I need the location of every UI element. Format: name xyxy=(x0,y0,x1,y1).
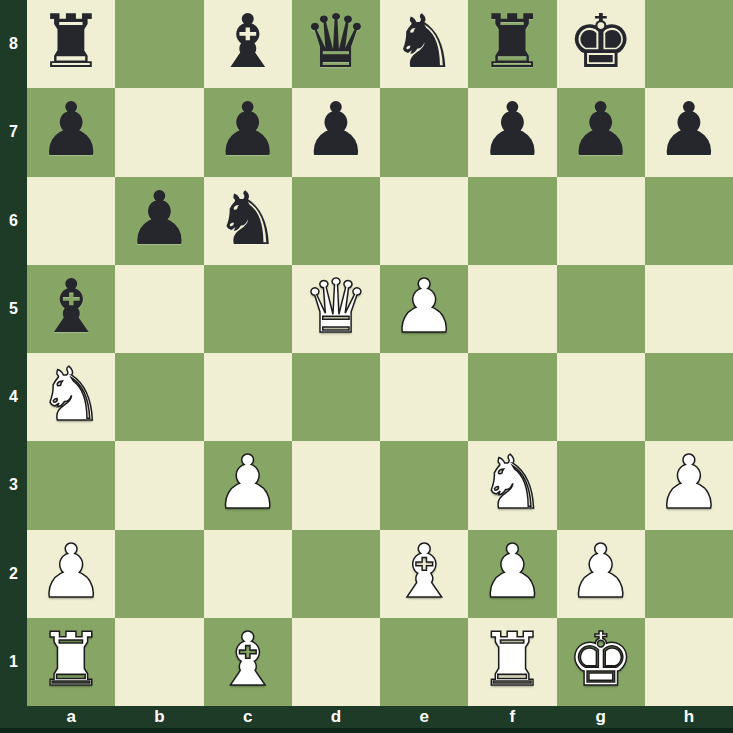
piece-white-queen[interactable]: ♛ xyxy=(303,269,369,343)
piece-black-pawn[interactable]: ♟ xyxy=(126,181,192,255)
file-label-f: f xyxy=(468,706,556,728)
piece-black-pawn[interactable]: ♟ xyxy=(303,92,369,166)
square-a6[interactable] xyxy=(27,177,115,265)
file-label-e: e xyxy=(380,706,468,728)
square-d8[interactable]: ♛ xyxy=(292,0,380,88)
rank-label-5: 5 xyxy=(0,265,27,353)
piece-black-bishop[interactable]: ♝ xyxy=(214,4,280,78)
square-e7[interactable] xyxy=(380,88,468,176)
square-f5[interactable] xyxy=(468,265,556,353)
square-h2[interactable] xyxy=(645,530,733,618)
square-f6[interactable] xyxy=(468,177,556,265)
piece-white-bishop[interactable]: ♝ xyxy=(214,622,280,696)
square-e1[interactable] xyxy=(380,618,468,706)
piece-black-knight[interactable]: ♞ xyxy=(214,181,280,255)
board-corner xyxy=(0,706,27,728)
square-d1[interactable] xyxy=(292,618,380,706)
piece-black-knight[interactable]: ♞ xyxy=(391,4,457,78)
file-label-b: b xyxy=(115,706,203,728)
square-e8[interactable]: ♞ xyxy=(380,0,468,88)
piece-white-rook[interactable]: ♜ xyxy=(479,622,545,696)
square-h7[interactable]: ♟ xyxy=(645,88,733,176)
square-d6[interactable] xyxy=(292,177,380,265)
square-g7[interactable]: ♟ xyxy=(557,88,645,176)
square-g3[interactable] xyxy=(557,441,645,529)
square-h5[interactable] xyxy=(645,265,733,353)
piece-white-pawn[interactable]: ♟ xyxy=(38,534,104,608)
rank-label-4: 4 xyxy=(0,353,27,441)
piece-white-pawn[interactable]: ♟ xyxy=(479,534,545,608)
square-b2[interactable] xyxy=(115,530,203,618)
square-e3[interactable] xyxy=(380,441,468,529)
square-h4[interactable] xyxy=(645,353,733,441)
square-d4[interactable] xyxy=(292,353,380,441)
rank-label-8: 8 xyxy=(0,0,27,88)
square-a2[interactable]: ♟ xyxy=(27,530,115,618)
file-label-d: d xyxy=(292,706,380,728)
piece-white-bishop[interactable]: ♝ xyxy=(391,534,457,608)
piece-white-knight[interactable]: ♞ xyxy=(479,445,545,519)
piece-black-pawn[interactable]: ♟ xyxy=(567,92,633,166)
square-c1[interactable]: ♝ xyxy=(204,618,292,706)
square-a4[interactable]: ♞ xyxy=(27,353,115,441)
piece-black-queen[interactable]: ♛ xyxy=(303,4,369,78)
square-h8[interactable] xyxy=(645,0,733,88)
square-c5[interactable] xyxy=(204,265,292,353)
piece-white-pawn[interactable]: ♟ xyxy=(656,445,722,519)
piece-black-pawn[interactable]: ♟ xyxy=(38,92,104,166)
square-d2[interactable] xyxy=(292,530,380,618)
square-e4[interactable] xyxy=(380,353,468,441)
square-g8[interactable]: ♚ xyxy=(557,0,645,88)
square-h3[interactable]: ♟ xyxy=(645,441,733,529)
square-g6[interactable] xyxy=(557,177,645,265)
piece-black-king[interactable]: ♚ xyxy=(567,4,633,78)
piece-white-king[interactable]: ♚ xyxy=(567,622,633,696)
file-label-c: c xyxy=(204,706,292,728)
square-c6[interactable]: ♞ xyxy=(204,177,292,265)
square-e2[interactable]: ♝ xyxy=(380,530,468,618)
square-b8[interactable] xyxy=(115,0,203,88)
square-c2[interactable] xyxy=(204,530,292,618)
piece-black-pawn[interactable]: ♟ xyxy=(656,92,722,166)
square-a8[interactable]: ♜ xyxy=(27,0,115,88)
square-f8[interactable]: ♜ xyxy=(468,0,556,88)
file-label-a: a xyxy=(27,706,115,728)
square-b1[interactable] xyxy=(115,618,203,706)
square-c7[interactable]: ♟ xyxy=(204,88,292,176)
square-e6[interactable] xyxy=(380,177,468,265)
rank-label-6: 6 xyxy=(0,177,27,265)
piece-black-pawn[interactable]: ♟ xyxy=(214,92,280,166)
square-g5[interactable] xyxy=(557,265,645,353)
chess-board: 8♜♝♛♞♜♚7♟♟♟♟♟♟6♟♞5♝♛♟4♞3♟♞♟2♟♝♟♟1♜♝♜♚abc… xyxy=(0,0,733,733)
square-c4[interactable] xyxy=(204,353,292,441)
rank-label-2: 2 xyxy=(0,530,27,618)
square-c8[interactable]: ♝ xyxy=(204,0,292,88)
square-f4[interactable] xyxy=(468,353,556,441)
square-a5[interactable]: ♝ xyxy=(27,265,115,353)
square-g2[interactable]: ♟ xyxy=(557,530,645,618)
square-h1[interactable] xyxy=(645,618,733,706)
piece-white-pawn[interactable]: ♟ xyxy=(391,269,457,343)
square-b6[interactable]: ♟ xyxy=(115,177,203,265)
square-a1[interactable]: ♜ xyxy=(27,618,115,706)
square-b5[interactable] xyxy=(115,265,203,353)
square-d3[interactable] xyxy=(292,441,380,529)
square-g4[interactable] xyxy=(557,353,645,441)
square-f1[interactable]: ♜ xyxy=(468,618,556,706)
square-e5[interactable]: ♟ xyxy=(380,265,468,353)
square-b3[interactable] xyxy=(115,441,203,529)
square-c3[interactable]: ♟ xyxy=(204,441,292,529)
rank-label-3: 3 xyxy=(0,441,27,529)
square-g1[interactable]: ♚ xyxy=(557,618,645,706)
square-h6[interactable] xyxy=(645,177,733,265)
file-label-g: g xyxy=(557,706,645,728)
square-f7[interactable]: ♟ xyxy=(468,88,556,176)
square-f2[interactable]: ♟ xyxy=(468,530,556,618)
square-d5[interactable]: ♛ xyxy=(292,265,380,353)
square-a7[interactable]: ♟ xyxy=(27,88,115,176)
piece-white-pawn[interactable]: ♟ xyxy=(567,534,633,608)
file-label-h: h xyxy=(645,706,733,728)
piece-white-knight[interactable]: ♞ xyxy=(38,357,104,431)
square-d7[interactable]: ♟ xyxy=(292,88,380,176)
square-a3[interactable] xyxy=(27,441,115,529)
rank-label-1: 1 xyxy=(0,618,27,706)
piece-black-pawn[interactable]: ♟ xyxy=(479,92,545,166)
piece-white-pawn[interactable]: ♟ xyxy=(214,445,280,519)
square-f3[interactable]: ♞ xyxy=(468,441,556,529)
square-b7[interactable] xyxy=(115,88,203,176)
square-b4[interactable] xyxy=(115,353,203,441)
piece-black-rook[interactable]: ♜ xyxy=(479,4,545,78)
piece-white-rook[interactable]: ♜ xyxy=(38,622,104,696)
piece-black-rook[interactable]: ♜ xyxy=(38,4,104,78)
rank-label-7: 7 xyxy=(0,88,27,176)
piece-black-bishop[interactable]: ♝ xyxy=(38,269,104,343)
